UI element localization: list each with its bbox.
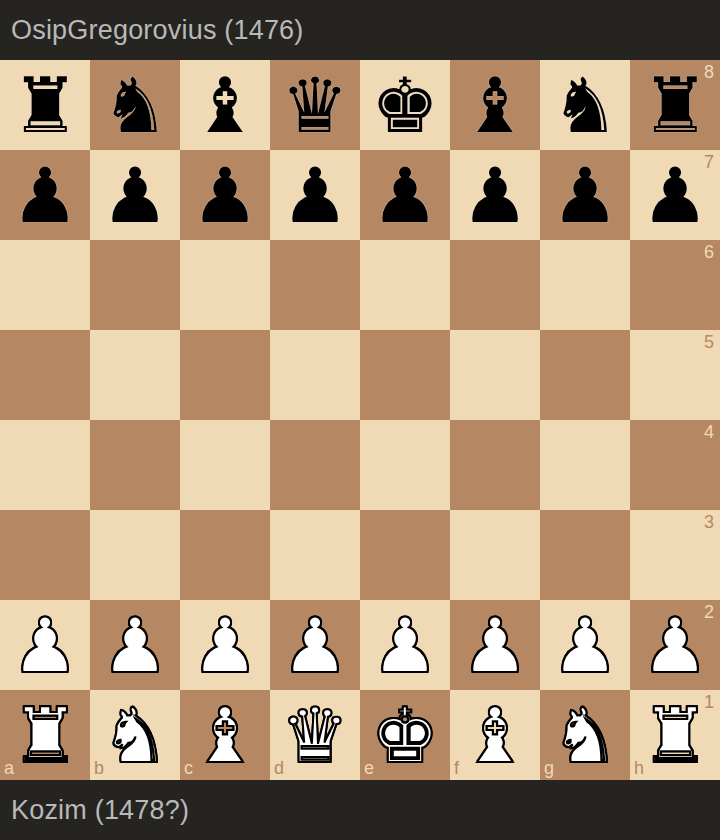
black-king-piece: ♚ [360,60,450,150]
square-g3[interactable] [540,510,630,600]
square-e4[interactable] [360,420,450,510]
white-knight-piece: ♞ [90,690,180,780]
square-d2[interactable]: ♟ [270,600,360,690]
square-d3[interactable] [270,510,360,600]
white-pawn-piece: ♟ [180,600,270,690]
square-g5[interactable] [540,330,630,420]
white-pawn-piece: ♟ [540,600,630,690]
square-b4[interactable] [90,420,180,510]
square-h2[interactable]: ♟ [630,600,720,690]
square-e1[interactable]: ♚ [360,690,450,780]
white-bishop-piece: ♝ [450,690,540,780]
square-c6[interactable] [180,240,270,330]
square-g4[interactable] [540,420,630,510]
square-f6[interactable] [450,240,540,330]
square-c3[interactable] [180,510,270,600]
bottom-player-name[interactable]: Kozim (1478?) [11,795,189,826]
square-f2[interactable]: ♟ [450,600,540,690]
black-pawn-piece: ♟ [630,150,720,240]
chess-board: ♜♞♝♛♚♝♞♜♟♟♟♟♟♟♟♟♟♟♟♟♟♟♟♟♜♞♝♛♚♝♞♜87654321… [0,60,720,780]
white-pawn-piece: ♟ [0,600,90,690]
black-bishop-piece: ♝ [180,60,270,150]
black-pawn-piece: ♟ [360,150,450,240]
black-pawn-piece: ♟ [270,150,360,240]
square-b1[interactable]: ♞ [90,690,180,780]
square-h6[interactable] [630,240,720,330]
black-pawn-piece: ♟ [90,150,180,240]
white-knight-piece: ♞ [540,690,630,780]
square-h8[interactable]: ♜ [630,60,720,150]
square-e6[interactable] [360,240,450,330]
square-f8[interactable]: ♝ [450,60,540,150]
black-queen-piece: ♛ [270,60,360,150]
white-bishop-piece: ♝ [180,690,270,780]
square-e8[interactable]: ♚ [360,60,450,150]
square-d1[interactable]: ♛ [270,690,360,780]
square-h7[interactable]: ♟ [630,150,720,240]
white-king-piece: ♚ [360,690,450,780]
square-b8[interactable]: ♞ [90,60,180,150]
square-c2[interactable]: ♟ [180,600,270,690]
square-e5[interactable] [360,330,450,420]
square-d8[interactable]: ♛ [270,60,360,150]
square-h5[interactable] [630,330,720,420]
square-f5[interactable] [450,330,540,420]
white-rook-piece: ♜ [630,690,720,780]
square-f7[interactable]: ♟ [450,150,540,240]
square-g1[interactable]: ♞ [540,690,630,780]
square-a1[interactable]: ♜ [0,690,90,780]
square-e7[interactable]: ♟ [360,150,450,240]
square-f4[interactable] [450,420,540,510]
black-pawn-piece: ♟ [540,150,630,240]
square-a7[interactable]: ♟ [0,150,90,240]
square-c1[interactable]: ♝ [180,690,270,780]
square-a8[interactable]: ♜ [0,60,90,150]
black-pawn-piece: ♟ [450,150,540,240]
square-b2[interactable]: ♟ [90,600,180,690]
square-d5[interactable] [270,330,360,420]
white-rook-piece: ♜ [0,690,90,780]
white-pawn-piece: ♟ [630,600,720,690]
square-a4[interactable] [0,420,90,510]
square-a6[interactable] [0,240,90,330]
square-c4[interactable] [180,420,270,510]
square-c7[interactable]: ♟ [180,150,270,240]
square-h1[interactable]: ♜ [630,690,720,780]
square-e3[interactable] [360,510,450,600]
top-player-name[interactable]: OsipGregorovius (1476) [11,15,304,46]
black-pawn-piece: ♟ [0,150,90,240]
white-queen-piece: ♛ [270,690,360,780]
square-b5[interactable] [90,330,180,420]
chess-game-screen: OsipGregorovius (1476) ♜♞♝♛♚♝♞♜♟♟♟♟♟♟♟♟♟… [0,0,720,840]
square-g6[interactable] [540,240,630,330]
square-f1[interactable]: ♝ [450,690,540,780]
black-rook-piece: ♜ [0,60,90,150]
square-c8[interactable]: ♝ [180,60,270,150]
square-b6[interactable] [90,240,180,330]
square-a3[interactable] [0,510,90,600]
square-d7[interactable]: ♟ [270,150,360,240]
white-pawn-piece: ♟ [90,600,180,690]
square-h3[interactable] [630,510,720,600]
square-d4[interactable] [270,420,360,510]
square-h4[interactable] [630,420,720,510]
white-pawn-piece: ♟ [450,600,540,690]
square-g8[interactable]: ♞ [540,60,630,150]
square-g2[interactable]: ♟ [540,600,630,690]
black-pawn-piece: ♟ [180,150,270,240]
top-player-bar: OsipGregorovius (1476) [0,0,720,60]
square-a5[interactable] [0,330,90,420]
black-bishop-piece: ♝ [450,60,540,150]
square-b7[interactable]: ♟ [90,150,180,240]
square-e2[interactable]: ♟ [360,600,450,690]
black-knight-piece: ♞ [90,60,180,150]
white-pawn-piece: ♟ [360,600,450,690]
square-c5[interactable] [180,330,270,420]
square-f3[interactable] [450,510,540,600]
square-b3[interactable] [90,510,180,600]
bottom-player-bar: Kozim (1478?) [0,780,720,840]
black-knight-piece: ♞ [540,60,630,150]
square-a2[interactable]: ♟ [0,600,90,690]
square-g7[interactable]: ♟ [540,150,630,240]
white-pawn-piece: ♟ [270,600,360,690]
black-rook-piece: ♜ [630,60,720,150]
square-d6[interactable] [270,240,360,330]
